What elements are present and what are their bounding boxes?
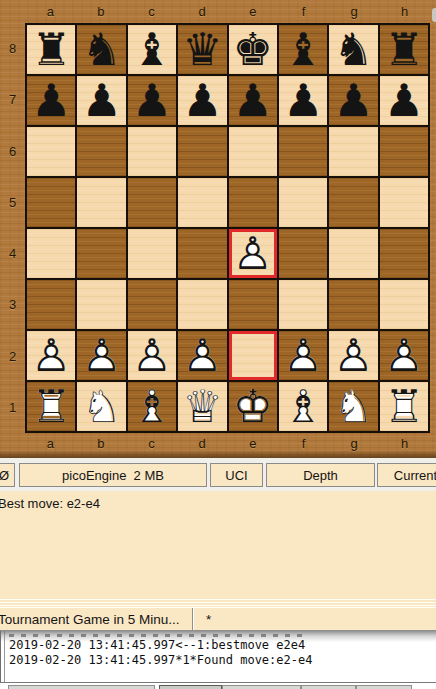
file-label-top-e: e (228, 0, 279, 23)
log-line: 2019-02-20 13:41:45.997*1*Found move:e2-… (9, 653, 312, 668)
splitter-grip[interactable] (0, 597, 436, 607)
square-f4[interactable] (279, 229, 327, 278)
square-d5[interactable] (178, 178, 226, 227)
square-c7[interactable]: ♟ (128, 76, 176, 125)
square-h2[interactable]: ♟♙ (380, 331, 428, 380)
piece-white-bishop[interactable]: ♝♗ (279, 382, 327, 431)
square-b6[interactable] (77, 127, 125, 176)
engine-name-field: picoEngine 2 MB (19, 463, 207, 487)
bottom-button[interactable] (301, 685, 356, 689)
piece-black-queen[interactable]: ♛ (178, 25, 226, 74)
engine-protocol-field: UCI (210, 463, 263, 487)
square-b4[interactable] (77, 229, 125, 278)
square-a5[interactable] (27, 178, 75, 227)
square-a1[interactable]: ♜♖ (27, 382, 75, 431)
rank-label-4: 4 (0, 228, 25, 279)
engine-output-header: Ø picoEngine 2 MB UCI Depth Current (0, 458, 436, 491)
piece-white-pawn[interactable]: ♟♙ (77, 331, 125, 380)
square-b5[interactable] (77, 178, 125, 227)
square-b8[interactable]: ♞ (77, 25, 125, 74)
piece-white-pawn[interactable]: ♟♙ (27, 331, 75, 380)
square-h3[interactable] (380, 280, 428, 329)
square-g8[interactable]: ♞ (329, 25, 377, 74)
bottom-button[interactable] (8, 685, 155, 689)
chess-board: ♜♞♝♛♚♝♞♜♟♟♟♟♟♟♟♟♟♙♟♙♟♙♟♙♟♙♟♙♟♙♟♙♜♖♞♘♝♗♛♕… (25, 23, 430, 433)
piece-white-pawn[interactable]: ♟♙ (279, 331, 327, 380)
file-label-bottom-a: a (25, 433, 76, 453)
rank-label-8: 8 (0, 23, 25, 74)
file-label-top-d: d (177, 0, 228, 23)
square-f5[interactable] (279, 178, 327, 227)
piece-black-knight[interactable]: ♞ (77, 25, 125, 74)
engine-output-area[interactable]: Best move: e2-e4 (0, 491, 436, 597)
piece-white-pawn[interactable]: ♟♙ (178, 331, 226, 380)
rank-label-3: 3 (0, 279, 25, 330)
piece-black-pawn[interactable]: ♟ (380, 76, 428, 125)
chess-board-frame: ♜♞♝♛♚♝♞♜♟♟♟♟♟♟♟♟♟♙♟♙♟♙♟♙♟♙♟♙♟♙♟♙♜♖♞♘♝♗♛♕… (0, 0, 436, 458)
chess-gui-window: { "game": "chess", "position": { "fen": … (0, 0, 436, 689)
engine-log[interactable]: 2019-02-20 13:41:45.997<--1:bestmove e2e… (0, 631, 436, 682)
piece-white-pawn[interactable]: ♟♙ (128, 331, 176, 380)
square-e1[interactable]: ♚♔ (229, 382, 277, 431)
square-d7[interactable]: ♟ (178, 76, 226, 125)
bottom-button-strip (0, 682, 436, 689)
piece-white-bishop[interactable]: ♝♗ (128, 382, 176, 431)
square-g7[interactable]: ♟ (329, 76, 377, 125)
bottom-button[interactable] (356, 685, 412, 689)
square-b1[interactable]: ♞♘ (77, 382, 125, 431)
piece-white-pawn[interactable]: ♟♙ (329, 331, 377, 380)
file-label-top-f: f (278, 0, 329, 23)
file-label-bottom-c: c (126, 433, 177, 453)
piece-white-rook[interactable]: ♜♖ (27, 382, 75, 431)
piece-black-pawn[interactable]: ♟ (229, 76, 277, 125)
square-h5[interactable] (380, 178, 428, 227)
square-a7[interactable]: ♟ (27, 76, 75, 125)
square-g6[interactable] (329, 127, 377, 176)
square-h8[interactable]: ♜ (380, 25, 428, 74)
square-c2[interactable]: ♟♙ (128, 331, 176, 380)
file-label-bottom-f: f (278, 433, 329, 453)
log-inner-edge (4, 631, 5, 682)
square-d6[interactable] (178, 127, 226, 176)
file-label-top-b: b (76, 0, 127, 23)
square-e7[interactable]: ♟ (229, 76, 277, 125)
square-e3[interactable] (229, 280, 277, 329)
window-edge-notch (432, 8, 436, 22)
rank-label-1: 1 (0, 382, 25, 433)
square-b3[interactable] (77, 280, 125, 329)
piece-black-pawn[interactable]: ♟ (128, 76, 176, 125)
rank-label-6: 6 (0, 126, 25, 177)
partially-scrolled-line (9, 634, 309, 637)
square-a4[interactable] (27, 229, 75, 278)
square-c3[interactable] (128, 280, 176, 329)
file-label-bottom-g: g (329, 433, 380, 453)
piece-black-pawn[interactable]: ♟ (329, 76, 377, 125)
piece-white-pawn[interactable]: ♟♙ (229, 229, 277, 278)
piece-black-bishop[interactable]: ♝ (128, 25, 176, 74)
square-d8[interactable]: ♛ (178, 25, 226, 74)
piece-white-knight[interactable]: ♞♘ (77, 382, 125, 431)
piece-black-knight[interactable]: ♞ (329, 25, 377, 74)
square-g5[interactable] (329, 178, 377, 227)
square-c4[interactable] (128, 229, 176, 278)
square-b2[interactable]: ♟♙ (77, 331, 125, 380)
piece-black-pawn[interactable]: ♟ (279, 76, 327, 125)
file-label-bottom-h: h (379, 433, 430, 453)
file-label-bottom-d: d (177, 433, 228, 453)
square-f8[interactable]: ♝ (279, 25, 327, 74)
rank-label-5: 5 (0, 177, 25, 228)
best-move-text: Best move: e2-e4 (0, 496, 436, 511)
square-a8[interactable]: ♜ (27, 25, 75, 74)
square-g2[interactable]: ♟♙ (329, 331, 377, 380)
square-c5[interactable] (128, 178, 176, 227)
tab-star[interactable]: * (197, 608, 436, 630)
engine-current-field: Current (377, 463, 436, 487)
console-tab-bar: Tournament Game in 5 Minu... * (0, 607, 436, 631)
bottom-button[interactable] (159, 685, 222, 689)
piece-white-knight[interactable]: ♞♘ (329, 382, 377, 431)
square-e5[interactable] (229, 178, 277, 227)
file-label-top-g: g (329, 0, 380, 23)
file-label-bottom-e: e (228, 433, 279, 453)
square-e6[interactable] (229, 127, 277, 176)
piece-white-pawn[interactable]: ♟♙ (380, 331, 428, 380)
tab-tournament-game[interactable]: Tournament Game in 5 Minu... (0, 608, 193, 630)
piece-black-pawn[interactable]: ♟ (178, 76, 226, 125)
square-b7[interactable]: ♟ (77, 76, 125, 125)
square-a2[interactable]: ♟♙ (27, 331, 75, 380)
piece-black-pawn[interactable]: ♟ (77, 76, 125, 125)
piece-white-queen[interactable]: ♛♕ (178, 382, 226, 431)
engine-nologo-icon: Ø (0, 463, 15, 487)
square-d3[interactable] (178, 280, 226, 329)
square-g1[interactable]: ♞♘ (329, 382, 377, 431)
log-line: 2019-02-20 13:41:45.997<--1:bestmove e2e… (9, 638, 312, 653)
square-h1[interactable]: ♜♖ (380, 382, 428, 431)
piece-white-rook[interactable]: ♜♖ (380, 382, 428, 431)
square-c1[interactable]: ♝♗ (128, 382, 176, 431)
square-a6[interactable] (27, 127, 75, 176)
piece-white-king[interactable]: ♚♔ (229, 382, 277, 431)
log-lines: 2019-02-20 13:41:45.997<--1:bestmove e2e… (9, 638, 312, 668)
engine-depth-field: Depth (266, 463, 375, 487)
rank-label-2: 2 (0, 331, 25, 382)
square-d1[interactable]: ♛♕ (178, 382, 226, 431)
square-c8[interactable]: ♝ (128, 25, 176, 74)
square-f3[interactable] (279, 280, 327, 329)
file-label-top-h: h (379, 0, 430, 23)
bottom-button[interactable] (222, 685, 301, 689)
square-f2[interactable]: ♟♙ (279, 331, 327, 380)
piece-black-king[interactable]: ♚ (229, 25, 277, 74)
square-h7[interactable]: ♟ (380, 76, 428, 125)
square-g3[interactable] (329, 280, 377, 329)
square-e4[interactable]: ♟♙ (229, 229, 277, 278)
square-f6[interactable] (279, 127, 327, 176)
square-e8[interactable]: ♚ (229, 25, 277, 74)
square-d2[interactable]: ♟♙ (178, 331, 226, 380)
rank-label-7: 7 (0, 74, 25, 125)
square-c6[interactable] (128, 127, 176, 176)
file-label-top-a: a (25, 0, 76, 23)
piece-black-pawn[interactable]: ♟ (27, 76, 75, 125)
square-d4[interactable] (178, 229, 226, 278)
square-g4[interactable] (329, 229, 377, 278)
square-a3[interactable] (27, 280, 75, 329)
piece-black-rook[interactable]: ♜ (380, 25, 428, 74)
square-f1[interactable]: ♝♗ (279, 382, 327, 431)
square-f7[interactable]: ♟ (279, 76, 327, 125)
file-label-top-c: c (126, 0, 177, 23)
square-h4[interactable] (380, 229, 428, 278)
piece-black-bishop[interactable]: ♝ (279, 25, 327, 74)
square-h6[interactable] (380, 127, 428, 176)
square-e2[interactable] (229, 331, 277, 380)
piece-black-rook[interactable]: ♜ (27, 25, 75, 74)
file-label-bottom-b: b (76, 433, 127, 453)
